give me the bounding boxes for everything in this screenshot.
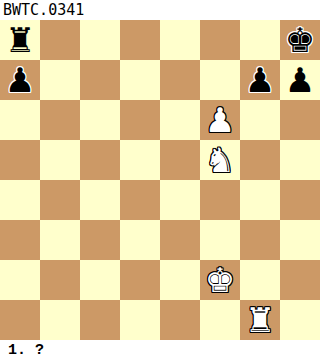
square-e4[interactable] — [160, 180, 200, 220]
chess-diagram-window: BWTC.0341 ♜♚♟♟♟♟♞♚♜ 1. ? — [0, 0, 320, 360]
square-f5[interactable]: ♞ — [200, 140, 240, 180]
square-a3[interactable] — [0, 220, 40, 260]
white-pawn: ♟ — [200, 100, 240, 140]
square-d4[interactable] — [120, 180, 160, 220]
square-c7[interactable] — [80, 60, 120, 100]
square-a4[interactable] — [0, 180, 40, 220]
square-d8[interactable] — [120, 20, 160, 60]
square-e7[interactable] — [160, 60, 200, 100]
white-king: ♚ — [200, 260, 240, 300]
square-f1[interactable] — [200, 300, 240, 340]
square-b5[interactable] — [40, 140, 80, 180]
square-f2[interactable]: ♚ — [200, 260, 240, 300]
square-h1[interactable] — [280, 300, 320, 340]
square-a2[interactable] — [0, 260, 40, 300]
square-b8[interactable] — [40, 20, 80, 60]
black-pawn: ♟ — [0, 60, 40, 100]
square-c3[interactable] — [80, 220, 120, 260]
white-rook: ♜ — [240, 300, 280, 340]
square-c6[interactable] — [80, 100, 120, 140]
square-g5[interactable] — [240, 140, 280, 180]
square-e8[interactable] — [160, 20, 200, 60]
square-c2[interactable] — [80, 260, 120, 300]
square-b6[interactable] — [40, 100, 80, 140]
square-a8[interactable]: ♜ — [0, 20, 40, 60]
square-d1[interactable] — [120, 300, 160, 340]
square-h7[interactable]: ♟ — [280, 60, 320, 100]
black-pawn: ♟ — [240, 60, 280, 100]
square-h3[interactable] — [280, 220, 320, 260]
square-g6[interactable] — [240, 100, 280, 140]
square-f4[interactable] — [200, 180, 240, 220]
square-d2[interactable] — [120, 260, 160, 300]
square-g7[interactable]: ♟ — [240, 60, 280, 100]
square-c4[interactable] — [80, 180, 120, 220]
square-f3[interactable] — [200, 220, 240, 260]
chess-board: ♜♚♟♟♟♟♞♚♜ — [0, 20, 320, 340]
square-d3[interactable] — [120, 220, 160, 260]
square-c5[interactable] — [80, 140, 120, 180]
square-g3[interactable] — [240, 220, 280, 260]
square-d7[interactable] — [120, 60, 160, 100]
square-e1[interactable] — [160, 300, 200, 340]
square-g8[interactable] — [240, 20, 280, 60]
puzzle-title: BWTC.0341 — [0, 0, 320, 20]
square-h8[interactable]: ♚ — [280, 20, 320, 60]
square-d6[interactable] — [120, 100, 160, 140]
square-g2[interactable] — [240, 260, 280, 300]
square-b2[interactable] — [40, 260, 80, 300]
square-g4[interactable] — [240, 180, 280, 220]
square-b4[interactable] — [40, 180, 80, 220]
square-b3[interactable] — [40, 220, 80, 260]
square-c1[interactable] — [80, 300, 120, 340]
white-knight: ♞ — [200, 140, 240, 180]
square-b7[interactable] — [40, 60, 80, 100]
square-h6[interactable] — [280, 100, 320, 140]
square-a7[interactable]: ♟ — [0, 60, 40, 100]
square-f6[interactable]: ♟ — [200, 100, 240, 140]
square-h5[interactable] — [280, 140, 320, 180]
square-f8[interactable] — [200, 20, 240, 60]
square-e3[interactable] — [160, 220, 200, 260]
square-e6[interactable] — [160, 100, 200, 140]
move-prompt: 1. ? — [0, 340, 320, 360]
square-f7[interactable] — [200, 60, 240, 100]
black-pawn: ♟ — [280, 60, 320, 100]
square-e2[interactable] — [160, 260, 200, 300]
square-d5[interactable] — [120, 140, 160, 180]
square-a5[interactable] — [0, 140, 40, 180]
square-a1[interactable] — [0, 300, 40, 340]
square-c8[interactable] — [80, 20, 120, 60]
square-h4[interactable] — [280, 180, 320, 220]
black-king: ♚ — [280, 20, 320, 60]
square-g1[interactable]: ♜ — [240, 300, 280, 340]
square-a6[interactable] — [0, 100, 40, 140]
square-h2[interactable] — [280, 260, 320, 300]
black-rook: ♜ — [0, 20, 40, 60]
square-b1[interactable] — [40, 300, 80, 340]
square-e5[interactable] — [160, 140, 200, 180]
